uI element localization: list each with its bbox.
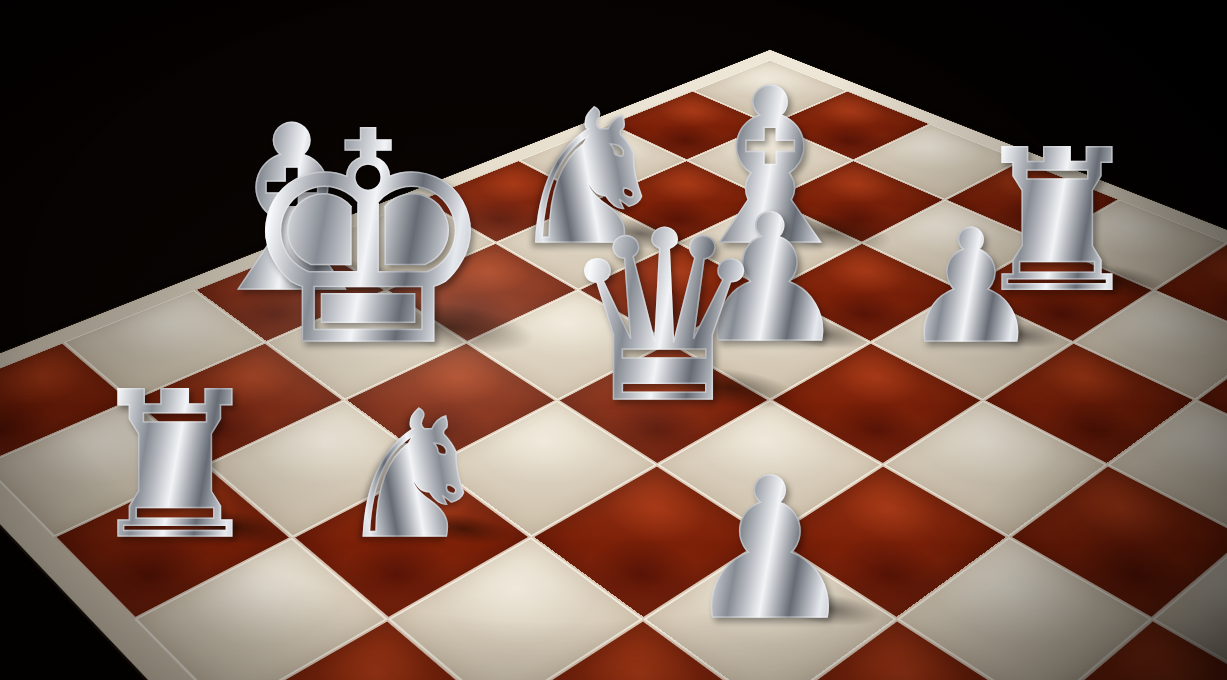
chess-board bbox=[0, 50, 1227, 680]
chess-scene: ♝♞♝♜♚♟♟♛♜♞♟ bbox=[0, 0, 1227, 680]
board-grid bbox=[0, 60, 1227, 680]
chess-board-wrapper bbox=[0, 50, 1227, 680]
